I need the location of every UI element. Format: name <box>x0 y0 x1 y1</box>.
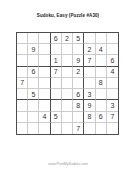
cell-r9c5 <box>62 123 73 134</box>
cell-r5c9 <box>107 78 118 89</box>
cell-r4c2: 6 <box>28 67 39 78</box>
cell-r3c2 <box>28 55 39 66</box>
cell-r8c1 <box>17 112 28 123</box>
sudoku-page: Sudoku, Easy (Puzzle #A30) 6259241976672… <box>0 0 136 176</box>
cell-r7c9: 3 <box>107 100 118 111</box>
cell-r5c7 <box>84 78 95 89</box>
cell-r3c7: 7 <box>84 55 95 66</box>
cell-r6c1 <box>17 89 28 100</box>
cell-r6c6: 6 <box>73 89 84 100</box>
cell-r5c4 <box>51 78 62 89</box>
cell-r4c1 <box>17 67 28 78</box>
cell-r4c4: 7 <box>51 67 62 78</box>
sudoku-grid: 6259241976672478563893458677 <box>16 32 119 135</box>
cell-r9c9 <box>107 123 118 134</box>
cell-r2c5 <box>62 44 73 55</box>
cell-r8c8: 6 <box>96 112 107 123</box>
cell-r4c6: 2 <box>73 67 84 78</box>
cell-r5c3 <box>39 78 50 89</box>
cell-r9c8 <box>96 123 107 134</box>
cell-r1c8 <box>96 33 107 44</box>
cell-r4c7 <box>84 67 95 78</box>
cell-r1c7 <box>84 33 95 44</box>
cell-r8c2 <box>28 112 39 123</box>
cell-r1c9 <box>107 33 118 44</box>
cell-r9c3 <box>39 123 50 134</box>
cell-r2c3 <box>39 44 50 55</box>
cell-r2c7: 2 <box>84 44 95 55</box>
cell-r7c7: 9 <box>84 100 95 111</box>
cell-r9c1 <box>17 123 28 134</box>
cell-r7c6: 8 <box>73 100 84 111</box>
cell-r3c5 <box>62 55 73 66</box>
cell-r3c4: 1 <box>51 55 62 66</box>
cell-r1c1 <box>17 33 28 44</box>
cell-r4c8 <box>96 67 107 78</box>
cell-r6c7: 3 <box>84 89 95 100</box>
cell-r3c1 <box>17 55 28 66</box>
cell-r5c5 <box>62 78 73 89</box>
cell-r5c8: 8 <box>96 78 107 89</box>
cell-r6c9 <box>107 89 118 100</box>
cell-r3c8 <box>96 55 107 66</box>
cell-r4c9: 4 <box>107 67 118 78</box>
cell-r6c2: 5 <box>28 89 39 100</box>
cell-r8c5 <box>62 112 73 123</box>
cell-r2c6 <box>73 44 84 55</box>
cell-r1c4: 6 <box>51 33 62 44</box>
page-title: Sudoku, Easy (Puzzle #A30) <box>0 13 136 18</box>
cell-r8c6 <box>73 112 84 123</box>
cell-r5c6 <box>73 78 84 89</box>
cell-r4c5 <box>62 67 73 78</box>
cell-r4c3 <box>39 67 50 78</box>
cell-r7c3 <box>39 100 50 111</box>
cell-r2c1 <box>17 44 28 55</box>
cell-r3c9: 6 <box>107 55 118 66</box>
cell-r8c7: 8 <box>84 112 95 123</box>
cell-r2c8: 4 <box>96 44 107 55</box>
cell-r9c6: 7 <box>73 123 84 134</box>
cell-r6c5 <box>62 89 73 100</box>
cell-r5c1: 7 <box>17 78 28 89</box>
cell-r6c8 <box>96 89 107 100</box>
cell-r9c2 <box>28 123 39 134</box>
cell-r1c5: 2 <box>62 33 73 44</box>
cell-r7c4 <box>51 100 62 111</box>
cell-r1c2 <box>28 33 39 44</box>
cell-r2c4 <box>51 44 62 55</box>
cell-r2c9 <box>107 44 118 55</box>
cell-r3c3 <box>39 55 50 66</box>
cell-r3c6: 9 <box>73 55 84 66</box>
cell-r7c5 <box>62 100 73 111</box>
footer-url: www.PrintMySudoku.com <box>0 162 136 166</box>
cell-r7c8 <box>96 100 107 111</box>
cell-r5c2 <box>28 78 39 89</box>
cell-r6c3 <box>39 89 50 100</box>
cell-r1c3 <box>39 33 50 44</box>
cell-r9c7 <box>84 123 95 134</box>
cell-r2c2: 9 <box>28 44 39 55</box>
cell-r8c4: 5 <box>51 112 62 123</box>
cell-r7c1 <box>17 100 28 111</box>
cell-r6c4 <box>51 89 62 100</box>
cell-r7c2 <box>28 100 39 111</box>
cell-r1c6: 5 <box>73 33 84 44</box>
cell-r8c9: 7 <box>107 112 118 123</box>
cell-r9c4 <box>51 123 62 134</box>
cell-r8c3: 4 <box>39 112 50 123</box>
